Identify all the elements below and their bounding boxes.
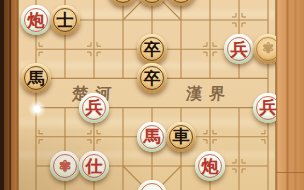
piece-character: 馬 xyxy=(144,128,161,145)
xiangqi-board: 楚河 漢界 炮士卒兵✾馬卒兵兵馬車✾仕炮 xyxy=(0,0,304,190)
piece-character: 馬 xyxy=(28,70,45,87)
piece-character: 車 xyxy=(173,128,190,145)
river-label-hanjie: 漢界 xyxy=(185,84,232,104)
piece-black-車-f5r6[interactable]: 車 xyxy=(166,122,196,152)
piece-character: 炮 xyxy=(28,12,45,29)
piece-character: 士 xyxy=(57,12,74,29)
piece-character: 仕 xyxy=(86,158,103,175)
piece-character: 卒 xyxy=(144,41,161,58)
facedown-back-ornament: ✾ xyxy=(59,159,72,174)
piece-character: 炮 xyxy=(202,158,219,175)
wood-frame-left xyxy=(0,0,18,190)
piece-character: 兵 xyxy=(231,41,248,58)
facedown-back-ornament: ✾ xyxy=(262,42,274,56)
frame-seam xyxy=(276,172,304,173)
piece-character: 卒 xyxy=(144,70,161,87)
piece-red-兵-f2r5[interactable]: 兵 xyxy=(79,93,109,123)
piece-red-炮-f6r7[interactable]: 炮 xyxy=(195,151,225,181)
piece-red-馬-f4r6[interactable]: 馬 xyxy=(137,122,167,152)
wood-frame-right xyxy=(276,0,304,190)
piece-black-士-f1r2[interactable]: 士 xyxy=(50,5,80,35)
piece-red-炮-f0r2[interactable]: 炮 xyxy=(21,5,51,35)
piece-red-仕-f2r7[interactable]: 仕 xyxy=(79,151,109,181)
piece-character: 兵 xyxy=(86,99,103,116)
piece-red-facedown-f1r7[interactable]: ✾ xyxy=(50,151,80,181)
piece-red-兵-f7r3[interactable]: 兵 xyxy=(224,34,254,64)
piece-character: 兵 xyxy=(260,99,277,116)
piece-black-卒-f4r3[interactable]: 卒 xyxy=(137,34,167,64)
